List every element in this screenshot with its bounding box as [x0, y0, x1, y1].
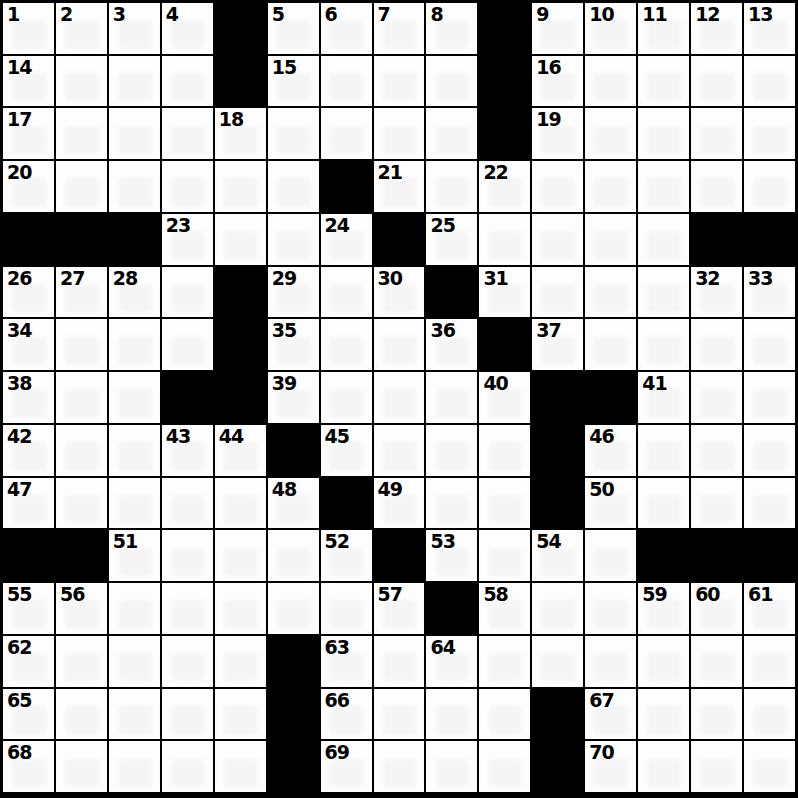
cell-r10c1[interactable]: 47 — [3, 478, 54, 529]
cell-r10c5[interactable] — [215, 478, 266, 529]
cell-r14c10[interactable] — [479, 689, 530, 740]
clue-number: 38 — [7, 374, 31, 393]
cell-r2c15[interactable] — [744, 56, 795, 107]
cell-r8c2[interactable] — [56, 372, 107, 423]
cell-r5c10[interactable] — [479, 214, 530, 265]
cell-r11c3[interactable]: 51 — [109, 530, 160, 581]
cell-r7c10 — [479, 319, 530, 370]
cell-r5c9[interactable]: 25 — [426, 214, 477, 265]
cell-r2c14[interactable] — [691, 56, 742, 107]
cell-r12c4[interactable] — [162, 583, 213, 634]
cell-r12c1[interactable]: 55 — [3, 583, 54, 634]
cell-r10c9[interactable] — [426, 478, 477, 529]
cell-r8c10[interactable]: 40 — [479, 372, 530, 423]
cell-r4c12[interactable] — [585, 161, 636, 212]
clue-number: 65 — [7, 691, 31, 710]
cell-r5c6[interactable] — [268, 214, 319, 265]
clue-number: 13 — [748, 5, 772, 24]
clue-number: 54 — [536, 532, 560, 551]
cell-r15c1[interactable]: 68 — [3, 741, 54, 792]
cell-r1c9[interactable]: 8 — [426, 3, 477, 54]
cell-r1c1[interactable]: 1 — [3, 3, 54, 54]
cell-r5c4[interactable]: 23 — [162, 214, 213, 265]
cell-r1c14[interactable]: 12 — [691, 3, 742, 54]
cell-r12c15[interactable]: 61 — [744, 583, 795, 634]
cell-r4c7 — [321, 161, 372, 212]
cell-r3c4[interactable] — [162, 108, 213, 159]
cell-r15c9[interactable] — [426, 741, 477, 792]
cell-r2c13[interactable] — [638, 56, 689, 107]
cell-r6c6[interactable]: 29 — [268, 267, 319, 318]
cell-r11c6[interactable] — [268, 530, 319, 581]
cell-r4c1[interactable]: 20 — [3, 161, 54, 212]
cell-r1c6[interactable]: 5 — [268, 3, 319, 54]
cell-r2c6[interactable]: 15 — [268, 56, 319, 107]
clue-number: 55 — [7, 585, 31, 604]
cell-r2c12[interactable] — [585, 56, 636, 107]
cell-r11c11[interactable]: 54 — [532, 530, 583, 581]
cell-r11c12[interactable] — [585, 530, 636, 581]
cell-r9c3[interactable] — [109, 425, 160, 476]
clue-number: 15 — [272, 58, 296, 77]
clue-number: 44 — [219, 427, 243, 446]
cell-r9c6 — [268, 425, 319, 476]
cell-r10c8[interactable]: 49 — [374, 478, 425, 529]
cell-r5c3 — [109, 214, 160, 265]
cell-r8c4 — [162, 372, 213, 423]
clue-number: 11 — [642, 5, 666, 24]
cell-r3c6[interactable] — [268, 108, 319, 159]
clue-number: 23 — [166, 216, 190, 235]
cell-r2c11[interactable]: 16 — [532, 56, 583, 107]
crossword-grid: 1234567891011121314151617181920212223242… — [0, 0, 798, 798]
cell-r5c14 — [691, 214, 742, 265]
cell-r9c10[interactable] — [479, 425, 530, 476]
cell-r10c4[interactable] — [162, 478, 213, 529]
cell-r4c6[interactable] — [268, 161, 319, 212]
cell-r5c2 — [56, 214, 107, 265]
cell-r13c11[interactable] — [532, 636, 583, 687]
cell-r6c15[interactable]: 33 — [744, 267, 795, 318]
cell-r13c12[interactable] — [585, 636, 636, 687]
clue-number: 56 — [60, 585, 84, 604]
clue-number: 70 — [589, 743, 613, 762]
cell-r5c13[interactable] — [638, 214, 689, 265]
cell-r14c12[interactable]: 67 — [585, 689, 636, 740]
cell-r9c7[interactable]: 45 — [321, 425, 372, 476]
cell-r6c14[interactable]: 32 — [691, 267, 742, 318]
cell-r8c13[interactable]: 41 — [638, 372, 689, 423]
cell-r14c14[interactable] — [691, 689, 742, 740]
cell-r15c15[interactable] — [744, 741, 795, 792]
cell-r13c9[interactable]: 64 — [426, 636, 477, 687]
cell-r7c1[interactable]: 34 — [3, 319, 54, 370]
cell-r5c1 — [3, 214, 54, 265]
clue-number: 4 — [166, 5, 178, 24]
cell-r2c7[interactable] — [321, 56, 372, 107]
clue-number: 36 — [430, 321, 454, 340]
cell-r5c7[interactable]: 24 — [321, 214, 372, 265]
cell-r8c3[interactable] — [109, 372, 160, 423]
clue-number: 62 — [7, 638, 31, 657]
cell-r4c15[interactable] — [744, 161, 795, 212]
cell-r13c2[interactable] — [56, 636, 107, 687]
clue-number: 63 — [325, 638, 349, 657]
cell-r14c11 — [532, 689, 583, 740]
clue-number: 3 — [113, 5, 125, 24]
cell-r12c11[interactable] — [532, 583, 583, 634]
clue-number: 27 — [60, 269, 84, 288]
cell-r6c9 — [426, 267, 477, 318]
clue-number: 66 — [325, 691, 349, 710]
cell-r15c10[interactable] — [479, 741, 530, 792]
cell-r14c5[interactable] — [215, 689, 266, 740]
cell-r2c3[interactable] — [109, 56, 160, 107]
cell-r3c15[interactable] — [744, 108, 795, 159]
cell-r14c6 — [268, 689, 319, 740]
cell-r9c1[interactable]: 42 — [3, 425, 54, 476]
cell-r13c6 — [268, 636, 319, 687]
cell-r1c4[interactable]: 4 — [162, 3, 213, 54]
cell-r13c5[interactable] — [215, 636, 266, 687]
cell-r4c11[interactable] — [532, 161, 583, 212]
cell-r15c8[interactable] — [374, 741, 425, 792]
cell-r6c8[interactable]: 30 — [374, 267, 425, 318]
clue-number: 25 — [430, 216, 454, 235]
clue-number: 64 — [430, 638, 454, 657]
cell-r8c9[interactable] — [426, 372, 477, 423]
cell-r12c12[interactable] — [585, 583, 636, 634]
cell-r6c4[interactable] — [162, 267, 213, 318]
cell-r7c12[interactable] — [585, 319, 636, 370]
cell-r5c5[interactable] — [215, 214, 266, 265]
cell-r13c8[interactable] — [374, 636, 425, 687]
cell-r7c4[interactable] — [162, 319, 213, 370]
cell-r10c14[interactable] — [691, 478, 742, 529]
cell-r6c7[interactable] — [321, 267, 372, 318]
cell-r9c5[interactable]: 44 — [215, 425, 266, 476]
cell-r11c10[interactable] — [479, 530, 530, 581]
cell-r11c9[interactable]: 53 — [426, 530, 477, 581]
clue-number: 29 — [272, 269, 296, 288]
cell-r12c5[interactable] — [215, 583, 266, 634]
cell-r12c9 — [426, 583, 477, 634]
cell-r7c9[interactable]: 36 — [426, 319, 477, 370]
cell-r15c5[interactable] — [215, 741, 266, 792]
clue-number: 47 — [7, 480, 31, 499]
cell-r1c12[interactable]: 10 — [585, 3, 636, 54]
cell-r13c10[interactable] — [479, 636, 530, 687]
cell-r9c14[interactable] — [691, 425, 742, 476]
cell-r7c8[interactable] — [374, 319, 425, 370]
clue-number: 6 — [325, 5, 337, 24]
cell-r10c2[interactable] — [56, 478, 107, 529]
clue-number: 18 — [219, 110, 243, 129]
clue-number: 35 — [272, 321, 296, 340]
clue-number: 53 — [430, 532, 454, 551]
clue-number: 7 — [378, 5, 390, 24]
cell-r12c13[interactable]: 59 — [638, 583, 689, 634]
cell-r2c2[interactable] — [56, 56, 107, 107]
cell-r8c7[interactable] — [321, 372, 372, 423]
cell-r13c4[interactable] — [162, 636, 213, 687]
cell-r3c2[interactable] — [56, 108, 107, 159]
cell-r4c14[interactable] — [691, 161, 742, 212]
clue-number: 57 — [378, 585, 402, 604]
cell-r7c5 — [215, 319, 266, 370]
cell-r5c12[interactable] — [585, 214, 636, 265]
clue-number: 69 — [325, 743, 349, 762]
clue-number: 31 — [483, 269, 507, 288]
cell-r7c2[interactable] — [56, 319, 107, 370]
cell-r12c10[interactable]: 58 — [479, 583, 530, 634]
cell-r6c2[interactable]: 27 — [56, 267, 107, 318]
cell-r4c10[interactable]: 22 — [479, 161, 530, 212]
clue-number: 34 — [7, 321, 31, 340]
cell-r5c15 — [744, 214, 795, 265]
clue-number: 33 — [748, 269, 772, 288]
cell-r3c8[interactable] — [374, 108, 425, 159]
cell-r1c13[interactable]: 11 — [638, 3, 689, 54]
clue-number: 37 — [536, 321, 560, 340]
cell-r15c7[interactable]: 69 — [321, 741, 372, 792]
cell-r15c3[interactable] — [109, 741, 160, 792]
cell-r2c1[interactable]: 14 — [3, 56, 54, 107]
cell-r8c1[interactable]: 38 — [3, 372, 54, 423]
cell-r3c3[interactable] — [109, 108, 160, 159]
cell-r7c6[interactable]: 35 — [268, 319, 319, 370]
cell-r3c9[interactable] — [426, 108, 477, 159]
clue-number: 14 — [7, 58, 31, 77]
clue-number: 50 — [589, 480, 613, 499]
cell-r11c13 — [638, 530, 689, 581]
cell-r12c3[interactable] — [109, 583, 160, 634]
cell-r12c14[interactable]: 60 — [691, 583, 742, 634]
clue-number: 8 — [430, 5, 442, 24]
cell-r14c9[interactable] — [426, 689, 477, 740]
clue-number: 19 — [536, 110, 560, 129]
cell-r6c10[interactable]: 31 — [479, 267, 530, 318]
cell-r9c12[interactable]: 46 — [585, 425, 636, 476]
cell-r2c4[interactable] — [162, 56, 213, 107]
cell-r2c5 — [215, 56, 266, 107]
cell-r9c9[interactable] — [426, 425, 477, 476]
cell-r14c2[interactable] — [56, 689, 107, 740]
clue-number: 41 — [642, 374, 666, 393]
cell-r13c13[interactable] — [638, 636, 689, 687]
clue-number: 42 — [7, 427, 31, 446]
cell-r13c14[interactable] — [691, 636, 742, 687]
cell-r14c1[interactable]: 65 — [3, 689, 54, 740]
cell-r8c14[interactable] — [691, 372, 742, 423]
cell-r12c6[interactable] — [268, 583, 319, 634]
cell-r13c1[interactable]: 62 — [3, 636, 54, 687]
cell-r13c3[interactable] — [109, 636, 160, 687]
clue-number: 39 — [272, 374, 296, 393]
cell-r4c3[interactable] — [109, 161, 160, 212]
cell-r4c9[interactable] — [426, 161, 477, 212]
clue-number: 26 — [7, 269, 31, 288]
crossword-page: 1234567891011121314151617181920212223242… — [0, 0, 798, 798]
cell-r5c11[interactable] — [532, 214, 583, 265]
cell-r14c15[interactable] — [744, 689, 795, 740]
cell-r7c7[interactable] — [321, 319, 372, 370]
cell-r11c14 — [691, 530, 742, 581]
clue-number: 17 — [7, 110, 31, 129]
cell-r7c3[interactable] — [109, 319, 160, 370]
clue-number: 61 — [748, 585, 772, 604]
clue-number: 58 — [483, 585, 507, 604]
clue-number: 59 — [642, 585, 666, 604]
clue-number: 20 — [7, 163, 31, 182]
cell-r10c10[interactable] — [479, 478, 530, 529]
cell-r11c5[interactable] — [215, 530, 266, 581]
cell-r8c8[interactable] — [374, 372, 425, 423]
cell-r7c13[interactable] — [638, 319, 689, 370]
clue-number: 5 — [272, 5, 284, 24]
cell-r3c5[interactable]: 18 — [215, 108, 266, 159]
clue-number: 46 — [589, 427, 613, 446]
cell-r10c7 — [321, 478, 372, 529]
clue-number: 9 — [536, 5, 548, 24]
cell-r3c10 — [479, 108, 530, 159]
cell-r9c8[interactable] — [374, 425, 425, 476]
cell-r1c3[interactable]: 3 — [109, 3, 160, 54]
cell-r11c7[interactable]: 52 — [321, 530, 372, 581]
cell-r6c13[interactable] — [638, 267, 689, 318]
clue-number: 22 — [483, 163, 507, 182]
cell-r10c6[interactable]: 48 — [268, 478, 319, 529]
clue-number: 60 — [695, 585, 719, 604]
clue-number: 45 — [325, 427, 349, 446]
cell-r11c15 — [744, 530, 795, 581]
cell-r9c15[interactable] — [744, 425, 795, 476]
cell-r15c2[interactable] — [56, 741, 107, 792]
cell-r14c4[interactable] — [162, 689, 213, 740]
cell-r14c3[interactable] — [109, 689, 160, 740]
cell-r9c11 — [532, 425, 583, 476]
cell-r4c4[interactable] — [162, 161, 213, 212]
clue-number: 2 — [60, 5, 72, 24]
cell-r8c15[interactable] — [744, 372, 795, 423]
clue-number: 24 — [325, 216, 349, 235]
cell-r12c8[interactable]: 57 — [374, 583, 425, 634]
cell-r1c8[interactable]: 7 — [374, 3, 425, 54]
cell-r1c15[interactable]: 13 — [744, 3, 795, 54]
cell-r15c4[interactable] — [162, 741, 213, 792]
cell-r5c8 — [374, 214, 425, 265]
cell-r2c9[interactable] — [426, 56, 477, 107]
cell-r9c2[interactable] — [56, 425, 107, 476]
cell-r3c13[interactable] — [638, 108, 689, 159]
clue-number: 1 — [7, 5, 19, 24]
cell-r11c8 — [374, 530, 425, 581]
cell-r2c8[interactable] — [374, 56, 425, 107]
cell-r1c10 — [479, 3, 530, 54]
cell-r4c13[interactable] — [638, 161, 689, 212]
cell-r7c15[interactable] — [744, 319, 795, 370]
cell-r8c5 — [215, 372, 266, 423]
cell-r11c1 — [3, 530, 54, 581]
clue-number: 49 — [378, 480, 402, 499]
clue-number: 40 — [483, 374, 507, 393]
cell-r10c13[interactable] — [638, 478, 689, 529]
clue-number: 68 — [7, 743, 31, 762]
cell-r10c11 — [532, 478, 583, 529]
clue-number: 21 — [378, 163, 402, 182]
clue-number: 16 — [536, 58, 560, 77]
cell-r3c1[interactable]: 17 — [3, 108, 54, 159]
cell-r4c2[interactable] — [56, 161, 107, 212]
clue-number: 12 — [695, 5, 719, 24]
clue-number: 30 — [378, 269, 402, 288]
clue-number: 32 — [695, 269, 719, 288]
cell-r11c2 — [56, 530, 107, 581]
cell-r15c6 — [268, 741, 319, 792]
cell-r4c8[interactable]: 21 — [374, 161, 425, 212]
cell-r8c6[interactable]: 39 — [268, 372, 319, 423]
cell-r1c7[interactable]: 6 — [321, 3, 372, 54]
cell-r3c12[interactable] — [585, 108, 636, 159]
clue-number: 10 — [589, 5, 613, 24]
cell-r14c13[interactable] — [638, 689, 689, 740]
clue-number: 43 — [166, 427, 190, 446]
cell-r6c11[interactable] — [532, 267, 583, 318]
cell-r8c12 — [585, 372, 636, 423]
cell-r13c7[interactable]: 63 — [321, 636, 372, 687]
cell-r1c5 — [215, 3, 266, 54]
clue-number: 67 — [589, 691, 613, 710]
cell-r6c12[interactable] — [585, 267, 636, 318]
cell-r6c3[interactable]: 28 — [109, 267, 160, 318]
cell-r7c11[interactable]: 37 — [532, 319, 583, 370]
cell-r15c11 — [532, 741, 583, 792]
cell-r15c14[interactable] — [691, 741, 742, 792]
cell-r7c14[interactable] — [691, 319, 742, 370]
cell-r6c5 — [215, 267, 266, 318]
cell-r9c13[interactable] — [638, 425, 689, 476]
cell-r10c15[interactable] — [744, 478, 795, 529]
cell-r10c12[interactable]: 50 — [585, 478, 636, 529]
clue-number: 48 — [272, 480, 296, 499]
cell-r2c10 — [479, 56, 530, 107]
cell-r9c4[interactable]: 43 — [162, 425, 213, 476]
cell-r1c2[interactable]: 2 — [56, 3, 107, 54]
clue-number: 51 — [113, 532, 137, 551]
cell-r1c11[interactable]: 9 — [532, 3, 583, 54]
cell-r15c13[interactable] — [638, 741, 689, 792]
cell-r13c15[interactable] — [744, 636, 795, 687]
cell-r3c14[interactable] — [691, 108, 742, 159]
cell-r6c1[interactable]: 26 — [3, 267, 54, 318]
cell-r15c12[interactable]: 70 — [585, 741, 636, 792]
clue-number: 52 — [325, 532, 349, 551]
cell-r10c3[interactable] — [109, 478, 160, 529]
cell-r4c5[interactable] — [215, 161, 266, 212]
cell-r11c4[interactable] — [162, 530, 213, 581]
cell-r12c7[interactable] — [321, 583, 372, 634]
clue-number: 28 — [113, 269, 137, 288]
cell-r3c7[interactable] — [321, 108, 372, 159]
cell-r14c8[interactable] — [374, 689, 425, 740]
cell-r12c2[interactable]: 56 — [56, 583, 107, 634]
cell-r3c11[interactable]: 19 — [532, 108, 583, 159]
cell-r8c11 — [532, 372, 583, 423]
cell-r14c7[interactable]: 66 — [321, 689, 372, 740]
